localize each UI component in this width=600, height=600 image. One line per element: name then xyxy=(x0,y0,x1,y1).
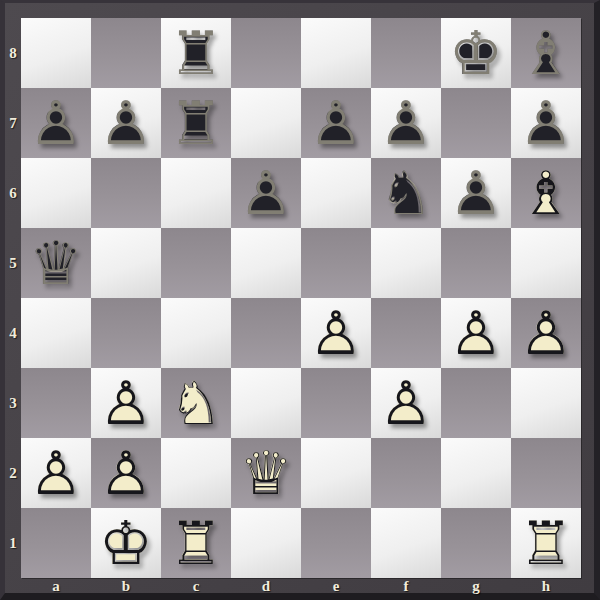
black-pawn-outline: ♙ xyxy=(301,88,371,158)
white-pawn-outline: ♙ xyxy=(371,368,441,438)
square-e5[interactable] xyxy=(301,228,371,298)
white-pawn: ♟ xyxy=(511,298,581,368)
square-c5[interactable] xyxy=(161,228,231,298)
square-c4[interactable] xyxy=(161,298,231,368)
chess-board: ♜♖♚♔♝♗♟♙♟♙♜♖♟♙♟♙♟♙♟♙♞♘♟♙♝♗♛♕♟♙♟♙♟♙♟♙♞♘♟♙… xyxy=(21,18,581,578)
rank-label-1: 1 xyxy=(5,508,21,578)
black-pawn-outline: ♙ xyxy=(511,88,581,158)
square-b7[interactable]: ♟♙ xyxy=(91,88,161,158)
square-c7[interactable]: ♜♖ xyxy=(161,88,231,158)
white-bishop-outline: ♗ xyxy=(511,158,581,228)
rank-label-6: 6 xyxy=(5,158,21,228)
file-label-c: c xyxy=(161,578,231,594)
white-pawn: ♟ xyxy=(441,298,511,368)
black-pawn: ♟ xyxy=(441,158,511,228)
black-king: ♚ xyxy=(441,18,511,88)
square-c1[interactable]: ♜♖ xyxy=(161,508,231,578)
square-d8[interactable] xyxy=(231,18,301,88)
white-pawn: ♟ xyxy=(21,438,91,508)
file-label-f: f xyxy=(371,578,441,594)
file-label-g: g xyxy=(441,578,511,594)
white-pawn: ♟ xyxy=(371,368,441,438)
square-h5[interactable] xyxy=(511,228,581,298)
black-pawn-outline: ♙ xyxy=(231,158,301,228)
file-label-a: a xyxy=(21,578,91,594)
square-g4[interactable]: ♟♙ xyxy=(441,298,511,368)
square-h3[interactable] xyxy=(511,368,581,438)
square-g3[interactable] xyxy=(441,368,511,438)
white-queen-outline: ♕ xyxy=(231,438,301,508)
square-d1[interactable] xyxy=(231,508,301,578)
black-pawn-outline: ♙ xyxy=(441,158,511,228)
white-pawn: ♟ xyxy=(91,438,161,508)
black-bishop: ♝ xyxy=(511,18,581,88)
square-e3[interactable] xyxy=(301,368,371,438)
square-e7[interactable]: ♟♙ xyxy=(301,88,371,158)
file-labels: abcdefgh xyxy=(21,578,581,594)
square-h7[interactable]: ♟♙ xyxy=(511,88,581,158)
square-b3[interactable]: ♟♙ xyxy=(91,368,161,438)
square-h6[interactable]: ♝♗ xyxy=(511,158,581,228)
rank-label-3: 3 xyxy=(5,368,21,438)
black-pawn-outline: ♙ xyxy=(21,88,91,158)
square-f4[interactable] xyxy=(371,298,441,368)
square-a2[interactable]: ♟♙ xyxy=(21,438,91,508)
file-label-b: b xyxy=(91,578,161,594)
white-queen: ♛ xyxy=(231,438,301,508)
black-pawn-outline: ♙ xyxy=(371,88,441,158)
square-g5[interactable] xyxy=(441,228,511,298)
rank-label-2: 2 xyxy=(5,438,21,508)
white-pawn-outline: ♙ xyxy=(441,298,511,368)
square-a7[interactable]: ♟♙ xyxy=(21,88,91,158)
square-h4[interactable]: ♟♙ xyxy=(511,298,581,368)
rank-label-4: 4 xyxy=(5,298,21,368)
square-h8[interactable]: ♝♗ xyxy=(511,18,581,88)
square-f3[interactable]: ♟♙ xyxy=(371,368,441,438)
black-rook: ♜ xyxy=(161,18,231,88)
rank-label-5: 5 xyxy=(5,228,21,298)
square-a3[interactable] xyxy=(21,368,91,438)
square-a8[interactable] xyxy=(21,18,91,88)
white-rook-outline: ♖ xyxy=(161,508,231,578)
square-g8[interactable]: ♚♔ xyxy=(441,18,511,88)
black-queen: ♛ xyxy=(21,228,91,298)
white-bishop: ♝ xyxy=(511,158,581,228)
white-knight: ♞ xyxy=(161,368,231,438)
square-c8[interactable]: ♜♖ xyxy=(161,18,231,88)
rank-labels: 87654321 xyxy=(5,18,21,578)
square-a6[interactable] xyxy=(21,158,91,228)
square-e6[interactable] xyxy=(301,158,371,228)
black-knight-outline: ♘ xyxy=(371,158,441,228)
white-pawn-outline: ♙ xyxy=(21,438,91,508)
square-b2[interactable]: ♟♙ xyxy=(91,438,161,508)
square-c6[interactable] xyxy=(161,158,231,228)
white-king: ♚ xyxy=(91,508,161,578)
square-b6[interactable] xyxy=(91,158,161,228)
black-pawn: ♟ xyxy=(231,158,301,228)
black-pawn: ♟ xyxy=(301,88,371,158)
square-e8[interactable] xyxy=(301,18,371,88)
black-pawn: ♟ xyxy=(91,88,161,158)
square-h1[interactable]: ♜♖ xyxy=(511,508,581,578)
black-pawn: ♟ xyxy=(371,88,441,158)
square-h2[interactable] xyxy=(511,438,581,508)
black-king-outline: ♔ xyxy=(441,18,511,88)
white-rook: ♜ xyxy=(161,508,231,578)
square-d4[interactable] xyxy=(231,298,301,368)
square-b4[interactable] xyxy=(91,298,161,368)
square-b1[interactable]: ♚♔ xyxy=(91,508,161,578)
black-rook: ♜ xyxy=(161,88,231,158)
square-f5[interactable] xyxy=(371,228,441,298)
square-g6[interactable]: ♟♙ xyxy=(441,158,511,228)
square-f1[interactable] xyxy=(371,508,441,578)
black-pawn-outline: ♙ xyxy=(91,88,161,158)
square-g1[interactable] xyxy=(441,508,511,578)
square-f2[interactable] xyxy=(371,438,441,508)
white-pawn-outline: ♙ xyxy=(91,368,161,438)
rank-label-8: 8 xyxy=(5,18,21,88)
square-g2[interactable] xyxy=(441,438,511,508)
square-a4[interactable] xyxy=(21,298,91,368)
black-bishop-outline: ♗ xyxy=(511,18,581,88)
square-a5[interactable]: ♛♕ xyxy=(21,228,91,298)
square-c2[interactable] xyxy=(161,438,231,508)
white-rook-outline: ♖ xyxy=(511,508,581,578)
black-knight: ♞ xyxy=(371,158,441,228)
white-pawn: ♟ xyxy=(301,298,371,368)
board-frame: 87654321 ♜♖♚♔♝♗♟♙♟♙♜♖♟♙♟♙♟♙♟♙♞♘♟♙♝♗♛♕♟♙♟… xyxy=(0,0,600,600)
black-queen-outline: ♕ xyxy=(21,228,91,298)
white-rook: ♜ xyxy=(511,508,581,578)
white-pawn-outline: ♙ xyxy=(511,298,581,368)
black-rook-outline: ♖ xyxy=(161,18,231,88)
square-e2[interactable] xyxy=(301,438,371,508)
file-label-h: h xyxy=(511,578,581,594)
square-g7[interactable] xyxy=(441,88,511,158)
square-f7[interactable]: ♟♙ xyxy=(371,88,441,158)
square-f6[interactable]: ♞♘ xyxy=(371,158,441,228)
white-pawn-outline: ♙ xyxy=(301,298,371,368)
square-d5[interactable] xyxy=(231,228,301,298)
square-a1[interactable] xyxy=(21,508,91,578)
rank-label-7: 7 xyxy=(5,88,21,158)
square-d2[interactable]: ♛♕ xyxy=(231,438,301,508)
square-d6[interactable]: ♟♙ xyxy=(231,158,301,228)
square-b5[interactable] xyxy=(91,228,161,298)
square-d7[interactable] xyxy=(231,88,301,158)
white-king-outline: ♔ xyxy=(91,508,161,578)
square-e1[interactable] xyxy=(301,508,371,578)
square-c3[interactable]: ♞♘ xyxy=(161,368,231,438)
square-d3[interactable] xyxy=(231,368,301,438)
square-e4[interactable]: ♟♙ xyxy=(301,298,371,368)
black-pawn: ♟ xyxy=(21,88,91,158)
white-pawn-outline: ♙ xyxy=(91,438,161,508)
black-pawn: ♟ xyxy=(511,88,581,158)
square-f8[interactable] xyxy=(371,18,441,88)
file-label-d: d xyxy=(231,578,301,594)
square-b8[interactable] xyxy=(91,18,161,88)
white-knight-outline: ♘ xyxy=(161,368,231,438)
black-rook-outline: ♖ xyxy=(161,88,231,158)
white-pawn: ♟ xyxy=(91,368,161,438)
file-label-e: e xyxy=(301,578,371,594)
